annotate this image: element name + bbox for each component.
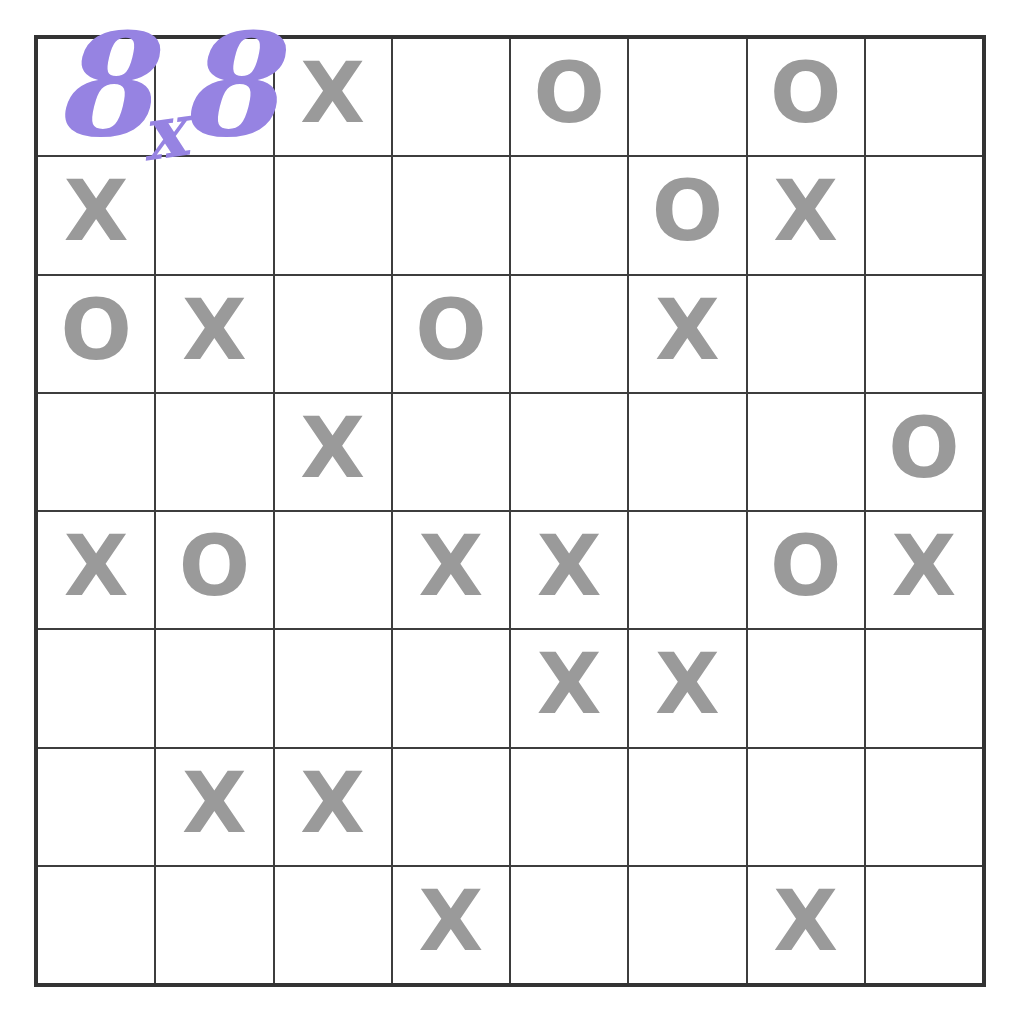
x-glyph: X	[300, 406, 365, 490]
x-glyph: X	[300, 761, 365, 845]
x-glyph: X	[64, 169, 129, 253]
x-glyph: X	[537, 642, 602, 726]
cell-r4c1[interactable]	[38, 394, 154, 510]
cell-r8c5[interactable]	[511, 867, 627, 983]
x-glyph: X	[300, 51, 365, 135]
x-glyph: X	[773, 169, 838, 253]
cell-r5c3[interactable]	[275, 512, 391, 628]
x-glyph: X	[64, 524, 129, 608]
cell-r8c7[interactable]: X	[748, 867, 864, 983]
cell-r3c1[interactable]: O	[38, 276, 154, 392]
cell-r1c7[interactable]: O	[748, 39, 864, 155]
cell-r5c5[interactable]: X	[511, 512, 627, 628]
cell-r3c2[interactable]: X	[156, 276, 272, 392]
x-glyph: X	[891, 524, 956, 608]
cell-r1c4[interactable]	[393, 39, 509, 155]
o-glyph: O	[888, 406, 959, 490]
cell-r4c7[interactable]	[748, 394, 864, 510]
cell-r7c7[interactable]	[748, 749, 864, 865]
cell-r6c5[interactable]: X	[511, 630, 627, 746]
cell-r7c8[interactable]	[866, 749, 982, 865]
cell-r3c7[interactable]	[748, 276, 864, 392]
cell-r4c6[interactable]	[629, 394, 745, 510]
cell-r2c7[interactable]: X	[748, 157, 864, 273]
cell-r3c5[interactable]	[511, 276, 627, 392]
cell-r5c6[interactable]	[629, 512, 745, 628]
cell-r1c1[interactable]	[38, 39, 154, 155]
x-glyph: X	[655, 288, 720, 372]
cell-r8c4[interactable]: X	[393, 867, 509, 983]
cell-r6c1[interactable]	[38, 630, 154, 746]
o-glyph: O	[533, 51, 604, 135]
cell-r1c6[interactable]	[629, 39, 745, 155]
cell-r7c4[interactable]	[393, 749, 509, 865]
board-8x8: XOOXOXOXOXXOXOXXOXXXXXXX	[34, 35, 986, 987]
cell-r3c4[interactable]: O	[393, 276, 509, 392]
x-glyph: X	[773, 879, 838, 963]
puzzle-page: 8x8 XOOXOXOXOXXOXOXXOXXXXXXX	[0, 0, 1024, 1024]
x-glyph: X	[182, 288, 247, 372]
cell-r6c2[interactable]	[156, 630, 272, 746]
cell-r4c5[interactable]	[511, 394, 627, 510]
cell-r4c4[interactable]	[393, 394, 509, 510]
x-glyph: X	[418, 879, 483, 963]
cell-r7c6[interactable]	[629, 749, 745, 865]
cell-r2c3[interactable]	[275, 157, 391, 273]
cell-r7c5[interactable]	[511, 749, 627, 865]
cell-r2c6[interactable]: O	[629, 157, 745, 273]
o-glyph: O	[60, 288, 131, 372]
o-glyph: O	[179, 524, 250, 608]
cell-r3c6[interactable]: X	[629, 276, 745, 392]
cell-r6c8[interactable]	[866, 630, 982, 746]
cell-r5c2[interactable]: O	[156, 512, 272, 628]
cell-r2c1[interactable]: X	[38, 157, 154, 273]
o-glyph: O	[770, 524, 841, 608]
cell-r7c3[interactable]: X	[275, 749, 391, 865]
cell-r7c1[interactable]	[38, 749, 154, 865]
cell-r6c3[interactable]	[275, 630, 391, 746]
cell-r8c6[interactable]	[629, 867, 745, 983]
cell-r6c4[interactable]	[393, 630, 509, 746]
cell-r4c3[interactable]: X	[275, 394, 391, 510]
cell-r4c8[interactable]: O	[866, 394, 982, 510]
cell-r5c7[interactable]: O	[748, 512, 864, 628]
cell-r2c8[interactable]	[866, 157, 982, 273]
cell-r8c2[interactable]	[156, 867, 272, 983]
cell-r2c4[interactable]	[393, 157, 509, 273]
x-glyph: X	[655, 642, 720, 726]
cell-r8c8[interactable]	[866, 867, 982, 983]
x-glyph: X	[537, 524, 602, 608]
cell-r1c8[interactable]	[866, 39, 982, 155]
cell-r7c2[interactable]: X	[156, 749, 272, 865]
cell-r1c2[interactable]	[156, 39, 272, 155]
cell-r6c7[interactable]	[748, 630, 864, 746]
cell-r3c8[interactable]	[866, 276, 982, 392]
cell-r1c5[interactable]: O	[511, 39, 627, 155]
o-glyph: O	[415, 288, 486, 372]
x-glyph: X	[182, 761, 247, 845]
cell-r2c5[interactable]	[511, 157, 627, 273]
cell-r2c2[interactable]	[156, 157, 272, 273]
cell-r8c3[interactable]	[275, 867, 391, 983]
cell-r5c4[interactable]: X	[393, 512, 509, 628]
cell-r3c3[interactable]	[275, 276, 391, 392]
cell-r5c8[interactable]: X	[866, 512, 982, 628]
cell-r1c3[interactable]: X	[275, 39, 391, 155]
cell-r8c1[interactable]	[38, 867, 154, 983]
cell-r6c6[interactable]: X	[629, 630, 745, 746]
cell-r4c2[interactable]	[156, 394, 272, 510]
o-glyph: O	[770, 51, 841, 135]
cell-r5c1[interactable]: X	[38, 512, 154, 628]
o-glyph: O	[652, 169, 723, 253]
x-glyph: X	[418, 524, 483, 608]
